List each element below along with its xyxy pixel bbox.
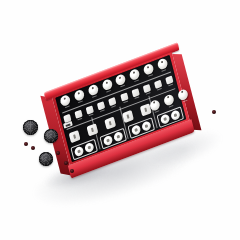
round-button: [113, 131, 124, 143]
panel-knob-unit: [157, 57, 169, 72]
function-button: [69, 130, 81, 143]
control-label-print: [146, 93, 151, 96]
round-button: [160, 113, 171, 125]
panel-knob: [157, 57, 169, 70]
control-label-print: [64, 106, 69, 109]
control-label-print: [112, 105, 117, 108]
panel-knob: [177, 88, 189, 101]
jack-socket: [64, 161, 68, 165]
round-button: [74, 145, 85, 157]
panel-knob: [149, 98, 161, 111]
panel-knob-unit: [143, 63, 155, 78]
function-button: [104, 116, 116, 129]
control-label-print: [106, 90, 111, 93]
round-button: [102, 135, 113, 147]
control-label-print: [78, 100, 83, 103]
panel-knob: [87, 83, 99, 96]
panel-knob: [129, 68, 141, 81]
round-button: [170, 109, 181, 121]
control-label-print: [157, 88, 162, 91]
panel-knob: [163, 93, 175, 106]
step-button-unit: [131, 89, 140, 100]
side-knob: [39, 152, 53, 166]
control-label-print: [168, 84, 173, 87]
panel-knob-unit: [163, 93, 175, 108]
panel-knob-unit: [129, 68, 141, 83]
side-knob: [23, 120, 38, 135]
round-button: [131, 124, 142, 136]
panel-knob-unit: [115, 73, 127, 88]
step-button-unit: [154, 80, 163, 91]
panel-knob: [115, 73, 127, 86]
round-button: [84, 142, 95, 154]
product-photo-scene: [0, 0, 240, 240]
step-button-unit: [97, 101, 106, 112]
jack-socket: [24, 142, 28, 146]
control-label-print: [92, 95, 97, 98]
function-button: [86, 123, 98, 136]
panel-knob: [59, 94, 71, 107]
jack-socket: [212, 110, 216, 114]
jack-socket: [56, 151, 60, 155]
step-button-unit: [86, 106, 95, 117]
panel-knob: [143, 63, 155, 76]
panel-knob: [101, 78, 113, 91]
jack-socket: [31, 146, 35, 150]
round-button: [141, 120, 152, 132]
control-label-print: [66, 122, 71, 125]
panel-rows: [57, 57, 184, 161]
side-knob: [44, 129, 58, 143]
step-button-unit: [165, 76, 174, 87]
control-label-print: [100, 110, 105, 113]
step-button-unit: [143, 84, 152, 95]
control-label-print: [134, 97, 139, 100]
panel-knob-unit: [59, 94, 71, 109]
step-button-unit: [75, 110, 84, 121]
panel-knob: [73, 89, 85, 102]
function-button: [122, 110, 134, 123]
step-button-unit: [63, 114, 72, 125]
control-label-print: [78, 118, 83, 121]
panel-knob-unit: [101, 78, 113, 93]
step-button-unit: [120, 93, 129, 104]
step-button-unit: [109, 97, 118, 108]
panel-knob-unit: [73, 89, 85, 104]
step-sequencer-device: [52, 52, 193, 178]
jack-socket: [70, 169, 74, 173]
control-label-print: [123, 101, 128, 104]
control-label-print: [89, 114, 94, 117]
panel-knob-unit: [87, 83, 99, 98]
